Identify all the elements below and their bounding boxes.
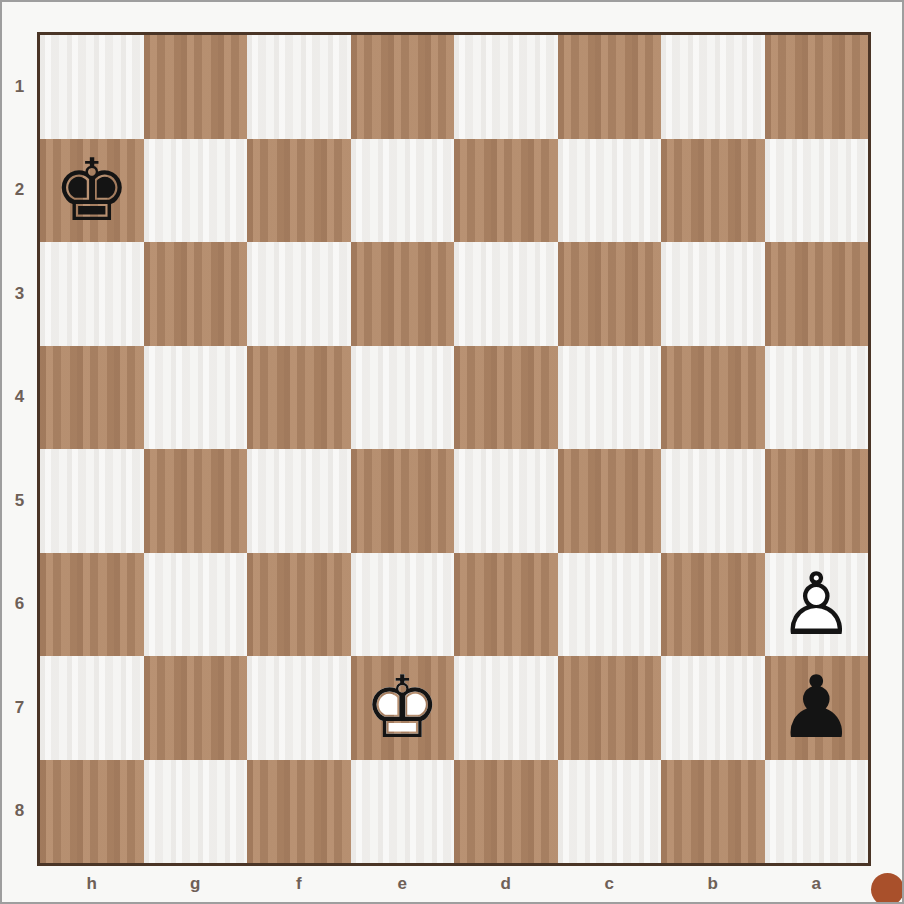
square-h1[interactable] [40, 35, 144, 139]
file-label-f: f [247, 866, 351, 902]
file-label-c: c [558, 866, 662, 902]
square-h3[interactable] [40, 242, 144, 346]
rank-labels: 12345678 [2, 35, 37, 863]
square-h4[interactable] [40, 346, 144, 450]
square-c6[interactable] [558, 553, 662, 657]
square-a3[interactable] [765, 242, 869, 346]
square-d3[interactable] [454, 242, 558, 346]
square-h6[interactable] [40, 553, 144, 657]
square-d4[interactable] [454, 346, 558, 450]
square-d1[interactable] [454, 35, 558, 139]
square-e5[interactable] [351, 449, 455, 553]
square-f7[interactable] [247, 656, 351, 760]
rank-label-6: 6 [2, 553, 37, 657]
file-labels: hgfedcba [40, 866, 868, 902]
square-a1[interactable] [765, 35, 869, 139]
square-f3[interactable] [247, 242, 351, 346]
square-f6[interactable] [247, 553, 351, 657]
square-c7[interactable] [558, 656, 662, 760]
square-a7[interactable]: ♟ [765, 656, 869, 760]
square-e6[interactable] [351, 553, 455, 657]
rank-label-3: 3 [2, 242, 37, 346]
file-label-g: g [144, 866, 248, 902]
square-h5[interactable] [40, 449, 144, 553]
square-b3[interactable] [661, 242, 765, 346]
square-c2[interactable] [558, 139, 662, 243]
square-a5[interactable] [765, 449, 869, 553]
square-c4[interactable] [558, 346, 662, 450]
square-e1[interactable] [351, 35, 455, 139]
piece-black-king[interactable]: ♚ [40, 139, 144, 243]
square-c5[interactable] [558, 449, 662, 553]
chess-board: ♚♟♙♚♔♟ [37, 32, 871, 866]
rank-label-5: 5 [2, 449, 37, 553]
square-h8[interactable] [40, 760, 144, 864]
square-g6[interactable] [144, 553, 248, 657]
square-f1[interactable] [247, 35, 351, 139]
square-b6[interactable] [661, 553, 765, 657]
square-c3[interactable] [558, 242, 662, 346]
square-b1[interactable] [661, 35, 765, 139]
square-h7[interactable] [40, 656, 144, 760]
square-g3[interactable] [144, 242, 248, 346]
square-f4[interactable] [247, 346, 351, 450]
square-e3[interactable] [351, 242, 455, 346]
piece-black-pawn[interactable]: ♟ [765, 656, 869, 760]
square-a6[interactable]: ♟♙ [765, 553, 869, 657]
square-g2[interactable] [144, 139, 248, 243]
square-b2[interactable] [661, 139, 765, 243]
square-d7[interactable] [454, 656, 558, 760]
square-e2[interactable] [351, 139, 455, 243]
move-indicator-circle [871, 873, 904, 904]
piece-white-king[interactable]: ♚♔ [351, 656, 455, 760]
white-pawn-outline: ♙ [765, 553, 869, 657]
square-f2[interactable] [247, 139, 351, 243]
square-d6[interactable] [454, 553, 558, 657]
rank-label-1: 1 [2, 35, 37, 139]
square-d8[interactable] [454, 760, 558, 864]
square-d2[interactable] [454, 139, 558, 243]
square-b7[interactable] [661, 656, 765, 760]
square-a2[interactable] [765, 139, 869, 243]
rank-label-4: 4 [2, 346, 37, 450]
square-d5[interactable] [454, 449, 558, 553]
square-c8[interactable] [558, 760, 662, 864]
square-f5[interactable] [247, 449, 351, 553]
square-e4[interactable] [351, 346, 455, 450]
black-pawn-glyph: ♟ [765, 656, 869, 760]
square-g7[interactable] [144, 656, 248, 760]
square-g4[interactable] [144, 346, 248, 450]
square-a8[interactable] [765, 760, 869, 864]
square-e8[interactable] [351, 760, 455, 864]
square-g5[interactable] [144, 449, 248, 553]
rank-label-8: 8 [2, 760, 37, 864]
square-h2[interactable]: ♚ [40, 139, 144, 243]
square-g8[interactable] [144, 760, 248, 864]
white-king-outline: ♔ [351, 656, 455, 760]
piece-white-pawn[interactable]: ♟♙ [765, 553, 869, 657]
file-label-b: b [661, 866, 765, 902]
square-b8[interactable] [661, 760, 765, 864]
file-label-a: a [765, 866, 869, 902]
file-label-h: h [40, 866, 144, 902]
file-label-d: d [454, 866, 558, 902]
file-label-e: e [351, 866, 455, 902]
rank-label-7: 7 [2, 656, 37, 760]
page: 12345678 ♚♟♙♚♔♟ hgfedcba [0, 0, 904, 904]
square-b4[interactable] [661, 346, 765, 450]
square-f8[interactable] [247, 760, 351, 864]
square-c1[interactable] [558, 35, 662, 139]
square-e7[interactable]: ♚♔ [351, 656, 455, 760]
square-g1[interactable] [144, 35, 248, 139]
rank-label-2: 2 [2, 139, 37, 243]
black-king-glyph: ♚ [40, 139, 144, 243]
square-b5[interactable] [661, 449, 765, 553]
square-a4[interactable] [765, 346, 869, 450]
